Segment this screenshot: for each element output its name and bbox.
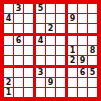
cell-r5c1[interactable]: [4, 46, 13, 55]
cell-r3c1[interactable]: [4, 24, 13, 33]
cell-r6c3[interactable]: [24, 56, 33, 65]
cell-r6c4[interactable]: [36, 56, 45, 65]
box-1: 34: [4, 4, 33, 33]
cell-r7c7[interactable]: [68, 68, 77, 77]
cell-r5c8[interactable]: [78, 46, 87, 55]
cell-r4c6[interactable]: [56, 36, 65, 45]
cell-r4c9[interactable]: [88, 36, 97, 45]
cell-r4c5[interactable]: [46, 36, 55, 45]
cell-r9c7[interactable]: [68, 88, 77, 97]
box-4: 6: [4, 36, 33, 65]
cell-r7c1[interactable]: [4, 68, 13, 77]
given-cell-r8c5: 9: [46, 78, 55, 87]
given-cell-r6c8: 9: [78, 56, 87, 65]
given-cell-r3c5: 2: [46, 24, 55, 33]
cell-r3c9[interactable]: [88, 24, 97, 33]
box-6: 1829: [68, 36, 97, 65]
cell-r2c4[interactable]: [36, 14, 45, 23]
given-cell-r7c8: 6: [78, 68, 87, 77]
cell-r1c1[interactable]: [4, 4, 13, 13]
given-cell-r5c7: 1: [68, 46, 77, 55]
box-8: 39: [36, 68, 65, 97]
cell-r1c9[interactable]: [88, 4, 97, 13]
cell-r4c3[interactable]: [24, 36, 33, 45]
cell-r5c2[interactable]: [14, 46, 23, 55]
cell-r3c2[interactable]: [14, 24, 23, 33]
box-3: 9: [68, 4, 97, 33]
cell-r2c8[interactable]: [78, 14, 87, 23]
cell-r8c4[interactable]: [36, 78, 45, 87]
given-cell-r4c2: 6: [14, 36, 23, 45]
cell-r3c4[interactable]: [36, 24, 45, 33]
cell-r9c2[interactable]: [14, 88, 23, 97]
cell-r9c5[interactable]: [46, 88, 55, 97]
given-cell-r5c9: 8: [88, 46, 97, 55]
given-cell-r4c4: 4: [36, 36, 45, 45]
cell-r9c3[interactable]: [24, 88, 33, 97]
cell-r8c6[interactable]: [56, 78, 65, 87]
cell-r1c8[interactable]: [78, 4, 87, 13]
cell-r3c6[interactable]: [56, 24, 65, 33]
given-cell-r2c1: 4: [4, 14, 13, 23]
box-2: 52: [36, 4, 65, 33]
cell-r2c5[interactable]: [46, 14, 55, 23]
box-7: 21: [4, 68, 33, 97]
given-cell-r9c1: 1: [4, 88, 13, 97]
cell-r8c8[interactable]: [78, 78, 87, 87]
given-cell-r7c4: 3: [36, 68, 45, 77]
cell-r6c9[interactable]: [88, 56, 97, 65]
cell-r8c7[interactable]: [68, 78, 77, 87]
cell-r6c1[interactable]: [4, 56, 13, 65]
cell-r2c6[interactable]: [56, 14, 65, 23]
cell-r1c7[interactable]: [68, 4, 77, 13]
cell-r2c9[interactable]: [88, 14, 97, 23]
given-cell-r7c9: 5: [88, 68, 97, 77]
cell-r6c5[interactable]: [46, 56, 55, 65]
cell-r7c3[interactable]: [24, 68, 33, 77]
cell-r4c8[interactable]: [78, 36, 87, 45]
cell-r5c4[interactable]: [36, 46, 45, 55]
cell-r3c8[interactable]: [78, 24, 87, 33]
given-cell-r6c7: 2: [68, 56, 77, 65]
cell-r1c5[interactable]: [46, 4, 55, 13]
given-cell-r1c2: 3: [14, 4, 23, 13]
cell-r2c2[interactable]: [14, 14, 23, 23]
cell-r9c6[interactable]: [56, 88, 65, 97]
cell-r5c6[interactable]: [56, 46, 65, 55]
cell-r9c8[interactable]: [78, 88, 87, 97]
cell-r5c5[interactable]: [46, 46, 55, 55]
cell-r7c2[interactable]: [14, 68, 23, 77]
cell-r8c3[interactable]: [24, 78, 33, 87]
given-cell-r1c4: 5: [36, 4, 45, 13]
given-cell-r8c1: 2: [4, 78, 13, 87]
box-5: 4: [36, 36, 65, 65]
sudoku-board: 34529641829213965: [0, 0, 101, 101]
cell-r1c3[interactable]: [24, 4, 33, 13]
cell-r3c3[interactable]: [24, 24, 33, 33]
cell-r4c7[interactable]: [68, 36, 77, 45]
cell-r6c2[interactable]: [14, 56, 23, 65]
cell-r7c6[interactable]: [56, 68, 65, 77]
cell-r1c6[interactable]: [56, 4, 65, 13]
cell-r9c9[interactable]: [88, 88, 97, 97]
cell-r4c1[interactable]: [4, 36, 13, 45]
cell-r6c6[interactable]: [56, 56, 65, 65]
cell-r8c2[interactable]: [14, 78, 23, 87]
cell-r2c3[interactable]: [24, 14, 33, 23]
cell-r8c9[interactable]: [88, 78, 97, 87]
cell-r9c4[interactable]: [36, 88, 45, 97]
given-cell-r2c7: 9: [68, 14, 77, 23]
cell-r7c5[interactable]: [46, 68, 55, 77]
cell-r5c3[interactable]: [24, 46, 33, 55]
box-9: 65: [68, 68, 97, 97]
cell-r3c7[interactable]: [68, 24, 77, 33]
